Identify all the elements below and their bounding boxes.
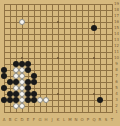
hoshi-point xyxy=(57,93,59,95)
white-stone[interactable] xyxy=(19,19,25,25)
black-stone[interactable] xyxy=(91,25,97,31)
row-label: 1 xyxy=(113,109,120,115)
black-stone[interactable] xyxy=(25,67,31,73)
row-labels: 19181716151413121110987654321 xyxy=(113,1,120,115)
black-stone[interactable] xyxy=(31,79,37,85)
white-stone[interactable] xyxy=(19,103,25,109)
black-stone[interactable] xyxy=(1,73,7,79)
hoshi-point xyxy=(93,21,95,23)
hoshi-point xyxy=(93,57,95,59)
column-label: T xyxy=(109,115,115,124)
black-stone[interactable] xyxy=(1,85,7,91)
hoshi-point xyxy=(57,57,59,59)
hoshi-point xyxy=(21,57,23,59)
black-stone[interactable] xyxy=(97,97,103,103)
white-stone[interactable] xyxy=(43,97,49,103)
go-board[interactable]: ABCDEFGHJKLMNOPQRST 19181716151413121110… xyxy=(0,0,120,126)
hoshi-point xyxy=(93,93,95,95)
column-labels: ABCDEFGHJKLMNOPQRST xyxy=(1,115,115,124)
hoshi-point xyxy=(57,21,59,23)
